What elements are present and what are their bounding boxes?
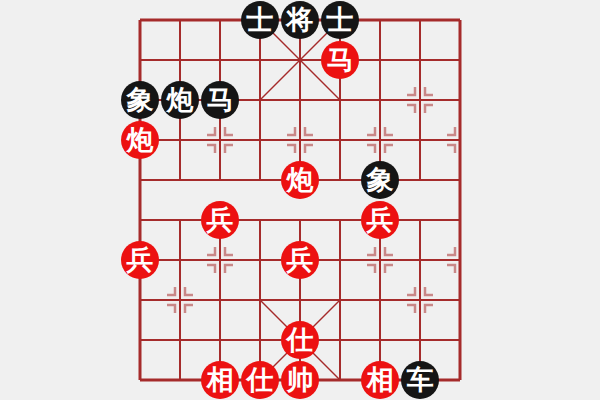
xiangqi-piece-layer: 士将士马象炮马炮炮象兵兵兵兵仕相仕帅相车 [120,0,480,400]
red-advisor[interactable]: 仕 [241,361,279,399]
red-horse[interactable]: 马 [321,41,359,79]
red-soldier[interactable]: 兵 [201,201,239,239]
black-cannon[interactable]: 炮 [161,81,199,119]
red-advisor[interactable]: 仕 [281,321,319,359]
red-elephant[interactable]: 相 [361,361,399,399]
red-elephant[interactable]: 相 [201,361,239,399]
black-advisor[interactable]: 士 [321,1,359,39]
black-general[interactable]: 将 [281,1,319,39]
red-soldier[interactable]: 兵 [281,241,319,279]
black-advisor[interactable]: 士 [241,1,279,39]
black-horse[interactable]: 马 [201,81,239,119]
xiangqi-app: 士将士马象炮马炮炮象兵兵兵兵仕相仕帅相车 [0,0,600,400]
black-elephant[interactable]: 象 [361,161,399,199]
black-chariot[interactable]: 车 [401,361,439,399]
red-soldier[interactable]: 兵 [361,201,399,239]
red-cannon[interactable]: 炮 [121,121,159,159]
black-elephant[interactable]: 象 [121,81,159,119]
red-cannon[interactable]: 炮 [281,161,319,199]
red-soldier[interactable]: 兵 [121,241,159,279]
red-general[interactable]: 帅 [281,361,319,399]
